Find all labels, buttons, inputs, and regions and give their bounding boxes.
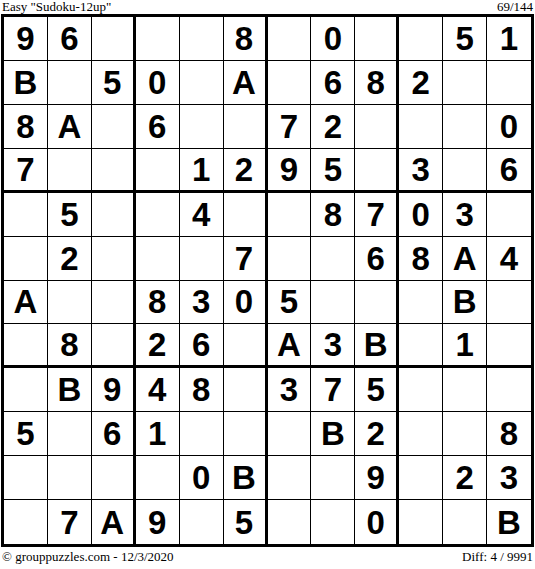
cell-r7c10[interactable] xyxy=(399,281,443,325)
cell-r11c9: 9 xyxy=(355,456,399,500)
cell-r4c5: 1 xyxy=(180,149,224,193)
cell-r6c10: 8 xyxy=(399,237,443,281)
puzzle-title: Easy "Sudoku-12up" xyxy=(2,0,111,13)
cell-r8c6[interactable] xyxy=(224,324,268,368)
cell-r9c3: 9 xyxy=(92,368,136,412)
cell-r10c10[interactable] xyxy=(399,412,443,456)
cell-r7c7: 5 xyxy=(268,281,312,325)
cell-r10c2[interactable] xyxy=(48,412,92,456)
cell-r6c3[interactable] xyxy=(92,237,136,281)
cell-r10c8: B xyxy=(311,412,355,456)
cell-r12c1[interactable] xyxy=(4,500,48,544)
cell-r6c9: 6 xyxy=(355,237,399,281)
cell-r2c2[interactable] xyxy=(48,61,92,105)
cell-r4c8: 5 xyxy=(311,149,355,193)
cell-r3c10[interactable] xyxy=(399,105,443,149)
header: Easy "Sudoku-12up" 69/144 xyxy=(2,0,533,14)
cell-r11c2[interactable] xyxy=(48,456,92,500)
cell-r10c1: 5 xyxy=(4,412,48,456)
cell-r7c11: B xyxy=(443,281,487,325)
cell-r7c6: 0 xyxy=(224,281,268,325)
cell-r7c1: A xyxy=(4,281,48,325)
sudoku-board: 968051B50A6828A672071295365487032768A4A8… xyxy=(1,14,534,547)
cell-r7c3[interactable] xyxy=(92,281,136,325)
cell-r11c7[interactable] xyxy=(268,456,312,500)
cell-r2c9: 8 xyxy=(355,61,399,105)
cell-r5c10: 0 xyxy=(399,193,443,237)
cell-r1c7[interactable] xyxy=(268,17,312,61)
cell-r10c9: 2 xyxy=(355,412,399,456)
cell-r2c4: 0 xyxy=(136,61,180,105)
cell-r6c6: 7 xyxy=(224,237,268,281)
cell-r12c8[interactable] xyxy=(311,500,355,544)
cell-r1c2: 6 xyxy=(48,17,92,61)
cell-r4c2[interactable] xyxy=(48,149,92,193)
footer: © grouppuzzles.com - 12/3/2020 Diff: 4 /… xyxy=(2,550,533,568)
cell-r5c11: 3 xyxy=(443,193,487,237)
cell-r12c7[interactable] xyxy=(268,500,312,544)
cell-r5c6[interactable] xyxy=(224,193,268,237)
cell-r2c8: 6 xyxy=(311,61,355,105)
cell-r3c9[interactable] xyxy=(355,105,399,149)
cell-r12c3: A xyxy=(92,500,136,544)
cell-r2c11[interactable] xyxy=(443,61,487,105)
difficulty-text: Diff: 4 / 9991 xyxy=(462,550,533,564)
cell-r8c1[interactable] xyxy=(4,324,48,368)
cell-r5c3[interactable] xyxy=(92,193,136,237)
cell-r4c4[interactable] xyxy=(136,149,180,193)
cell-r1c12: 1 xyxy=(487,17,531,61)
cell-r4c7: 9 xyxy=(268,149,312,193)
cell-r4c3[interactable] xyxy=(92,149,136,193)
cell-r8c8: 3 xyxy=(311,324,355,368)
cell-r4c11[interactable] xyxy=(443,149,487,193)
cell-r12c6: 5 xyxy=(224,500,268,544)
cell-r9c12[interactable] xyxy=(487,368,531,412)
cell-r1c1: 9 xyxy=(4,17,48,61)
cell-r3c7: 7 xyxy=(268,105,312,149)
cell-r10c7[interactable] xyxy=(268,412,312,456)
cell-r3c5[interactable] xyxy=(180,105,224,149)
cell-r1c10[interactable] xyxy=(399,17,443,61)
cell-r11c6: B xyxy=(224,456,268,500)
copyright-text: © grouppuzzles.com - 12/3/2020 xyxy=(2,550,174,564)
cell-r6c8[interactable] xyxy=(311,237,355,281)
cell-r1c6: 8 xyxy=(224,17,268,61)
cell-r8c10[interactable] xyxy=(399,324,443,368)
cell-r8c3[interactable] xyxy=(92,324,136,368)
cell-r11c5: 0 xyxy=(180,456,224,500)
cell-r11c12: 3 xyxy=(487,456,531,500)
cell-r4c9[interactable] xyxy=(355,149,399,193)
puzzle-page: Easy "Sudoku-12up" 69/144 968051B50A6828… xyxy=(0,0,535,569)
cell-r11c11: 2 xyxy=(443,456,487,500)
cell-r1c9[interactable] xyxy=(355,17,399,61)
cell-r12c2: 7 xyxy=(48,500,92,544)
cell-r9c10[interactable] xyxy=(399,368,443,412)
cell-r4c12: 6 xyxy=(487,149,531,193)
cell-r12c12: B xyxy=(487,500,531,544)
cell-r6c7[interactable] xyxy=(268,237,312,281)
cell-r7c9[interactable] xyxy=(355,281,399,325)
cell-r8c11: 1 xyxy=(443,324,487,368)
cell-r9c1[interactable] xyxy=(4,368,48,412)
cell-r3c3[interactable] xyxy=(92,105,136,149)
cell-r2c5[interactable] xyxy=(180,61,224,105)
cell-r2c6: A xyxy=(224,61,268,105)
cell-r9c6[interactable] xyxy=(224,368,268,412)
cell-r2c3: 5 xyxy=(92,61,136,105)
cell-r12c10[interactable] xyxy=(399,500,443,544)
cell-r7c5: 3 xyxy=(180,281,224,325)
cell-r2c10: 2 xyxy=(399,61,443,105)
cell-r5c2: 5 xyxy=(48,193,92,237)
cell-r6c2: 2 xyxy=(48,237,92,281)
cell-r12c5[interactable] xyxy=(180,500,224,544)
cell-r8c4: 2 xyxy=(136,324,180,368)
cell-r12c11[interactable] xyxy=(443,500,487,544)
cell-r6c12: 4 xyxy=(487,237,531,281)
cell-r2c1: B xyxy=(4,61,48,105)
cell-r3c8: 2 xyxy=(311,105,355,149)
cell-r3c12: 0 xyxy=(487,105,531,149)
cell-r5c7[interactable] xyxy=(268,193,312,237)
cell-r5c4[interactable] xyxy=(136,193,180,237)
cell-r6c11: A xyxy=(443,237,487,281)
cell-r1c4[interactable] xyxy=(136,17,180,61)
cell-r8c2: 8 xyxy=(48,324,92,368)
cell-r10c6[interactable] xyxy=(224,412,268,456)
cell-r5c9: 7 xyxy=(355,193,399,237)
puzzle-counter: 69/144 xyxy=(497,0,533,13)
cell-r10c3: 6 xyxy=(92,412,136,456)
cell-r9c9: 5 xyxy=(355,368,399,412)
cell-r9c4: 4 xyxy=(136,368,180,412)
cell-r11c1[interactable] xyxy=(4,456,48,500)
cell-r6c1[interactable] xyxy=(4,237,48,281)
cell-r1c5[interactable] xyxy=(180,17,224,61)
cell-r4c1: 7 xyxy=(4,149,48,193)
cell-r10c5[interactable] xyxy=(180,412,224,456)
cell-r10c12: 8 xyxy=(487,412,531,456)
cell-r9c11[interactable] xyxy=(443,368,487,412)
cell-r8c5: 6 xyxy=(180,324,224,368)
cell-r1c8: 0 xyxy=(311,17,355,61)
cell-r7c2[interactable] xyxy=(48,281,92,325)
cell-r6c4[interactable] xyxy=(136,237,180,281)
cell-r11c3[interactable] xyxy=(92,456,136,500)
cell-r5c12[interactable] xyxy=(487,193,531,237)
cell-r9c2: B xyxy=(48,368,92,412)
cell-r7c8[interactable] xyxy=(311,281,355,325)
cell-r8c9: B xyxy=(355,324,399,368)
cell-r10c11[interactable] xyxy=(443,412,487,456)
cell-r3c2: A xyxy=(48,105,92,149)
cell-r1c11: 5 xyxy=(443,17,487,61)
cell-r11c4[interactable] xyxy=(136,456,180,500)
cell-r5c8: 8 xyxy=(311,193,355,237)
cell-r9c5: 8 xyxy=(180,368,224,412)
cell-r2c12[interactable] xyxy=(487,61,531,105)
cell-r3c11[interactable] xyxy=(443,105,487,149)
cell-r8c12[interactable] xyxy=(487,324,531,368)
cell-r11c10[interactable] xyxy=(399,456,443,500)
cell-r6c5[interactable] xyxy=(180,237,224,281)
cell-r5c5: 4 xyxy=(180,193,224,237)
cell-r12c9: 0 xyxy=(355,500,399,544)
cell-r3c6[interactable] xyxy=(224,105,268,149)
cell-r3c1: 8 xyxy=(4,105,48,149)
cell-r10c4: 1 xyxy=(136,412,180,456)
cell-r5c1[interactable] xyxy=(4,193,48,237)
cell-r9c8: 7 xyxy=(311,368,355,412)
cell-r4c6: 2 xyxy=(224,149,268,193)
cell-r3c4: 6 xyxy=(136,105,180,149)
cell-r4c10: 3 xyxy=(399,149,443,193)
cell-r8c7: A xyxy=(268,324,312,368)
cell-r12c4: 9 xyxy=(136,500,180,544)
cell-r9c7: 3 xyxy=(268,368,312,412)
cell-r1c3[interactable] xyxy=(92,17,136,61)
cell-r11c8[interactable] xyxy=(311,456,355,500)
cell-r2c7[interactable] xyxy=(268,61,312,105)
cell-r7c12[interactable] xyxy=(487,281,531,325)
cell-r7c4: 8 xyxy=(136,281,180,325)
